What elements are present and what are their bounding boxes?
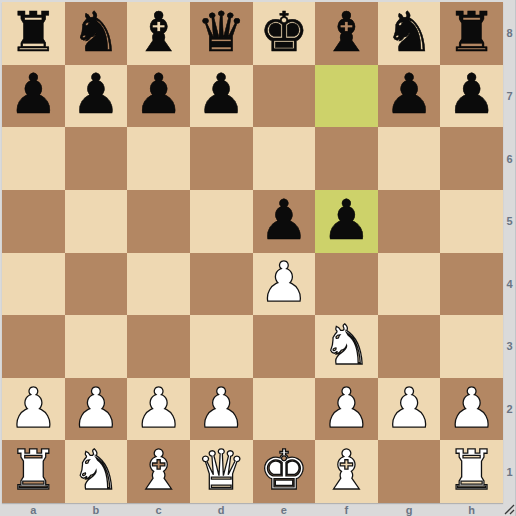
- file-label-a: a: [2, 503, 65, 516]
- square-b3[interactable]: [65, 315, 128, 378]
- square-d7[interactable]: ♟: [190, 65, 253, 128]
- square-a8[interactable]: ♜: [2, 2, 65, 65]
- square-c1[interactable]: ♝: [127, 440, 190, 503]
- square-g2[interactable]: ♟: [378, 378, 441, 441]
- square-e8[interactable]: ♚: [253, 2, 316, 65]
- piece-black-king-e8[interactable]: ♚: [259, 1, 308, 63]
- square-f3[interactable]: ♞: [315, 315, 378, 378]
- square-b6[interactable]: [65, 127, 128, 190]
- square-c5[interactable]: [127, 190, 190, 253]
- rank-label-7: 7: [503, 65, 516, 128]
- square-c4[interactable]: [127, 253, 190, 316]
- square-e7[interactable]: [253, 65, 316, 128]
- piece-black-bishop-f8[interactable]: ♝: [322, 1, 371, 63]
- piece-black-pawn-f5[interactable]: ♟: [322, 189, 371, 251]
- square-d4[interactable]: [190, 253, 253, 316]
- square-e6[interactable]: [253, 127, 316, 190]
- square-h2[interactable]: ♟: [440, 378, 503, 441]
- piece-black-bishop-c8[interactable]: ♝: [134, 1, 183, 63]
- rank-label-8: 8: [503, 2, 516, 65]
- piece-black-pawn-d7[interactable]: ♟: [197, 63, 246, 125]
- square-e3[interactable]: [253, 315, 316, 378]
- square-c6[interactable]: [127, 127, 190, 190]
- square-h8[interactable]: ♜: [440, 2, 503, 65]
- square-d5[interactable]: [190, 190, 253, 253]
- piece-white-bishop-c1[interactable]: ♝: [134, 439, 183, 501]
- square-f1[interactable]: ♝: [315, 440, 378, 503]
- piece-white-pawn-f2[interactable]: ♟: [322, 377, 371, 439]
- square-f5[interactable]: ♟: [315, 190, 378, 253]
- piece-white-pawn-a2[interactable]: ♟: [9, 377, 58, 439]
- file-label-g: g: [378, 503, 441, 516]
- square-b8[interactable]: ♞: [65, 2, 128, 65]
- square-b1[interactable]: ♞: [65, 440, 128, 503]
- piece-white-bishop-f1[interactable]: ♝: [322, 439, 371, 501]
- file-labels: abcdefgh: [2, 503, 503, 516]
- chess-board: ♜♞♝♛♚♝♞♜♟♟♟♟♟♟♟♟♟♞♟♟♟♟♟♟♟♜♞♝♛♚♝♜: [2, 2, 503, 503]
- piece-black-knight-g8[interactable]: ♞: [384, 1, 433, 63]
- square-h5[interactable]: [440, 190, 503, 253]
- piece-black-queen-d8[interactable]: ♛: [197, 1, 246, 63]
- square-a7[interactable]: ♟: [2, 65, 65, 128]
- square-a6[interactable]: [2, 127, 65, 190]
- piece-white-pawn-b2[interactable]: ♟: [71, 377, 120, 439]
- piece-black-rook-a8[interactable]: ♜: [9, 1, 58, 63]
- square-c8[interactable]: ♝: [127, 2, 190, 65]
- chess-board-frame: ♜♞♝♛♚♝♞♜♟♟♟♟♟♟♟♟♟♞♟♟♟♟♟♟♟♜♞♝♛♚♝♜ 8765432…: [0, 0, 516, 516]
- square-d2[interactable]: ♟: [190, 378, 253, 441]
- piece-black-pawn-g7[interactable]: ♟: [384, 63, 433, 125]
- file-label-c: c: [127, 503, 190, 516]
- square-e2[interactable]: [253, 378, 316, 441]
- square-b7[interactable]: ♟: [65, 65, 128, 128]
- square-f6[interactable]: [315, 127, 378, 190]
- piece-black-pawn-a7[interactable]: ♟: [9, 63, 58, 125]
- piece-white-knight-f3[interactable]: ♞: [322, 314, 371, 376]
- square-a1[interactable]: ♜: [2, 440, 65, 503]
- square-d1[interactable]: ♛: [190, 440, 253, 503]
- rank-label-6: 6: [503, 127, 516, 190]
- square-c2[interactable]: ♟: [127, 378, 190, 441]
- file-label-d: d: [190, 503, 253, 516]
- piece-white-king-e1[interactable]: ♚: [259, 439, 308, 501]
- square-h7[interactable]: ♟: [440, 65, 503, 128]
- piece-black-pawn-e5[interactable]: ♟: [259, 189, 308, 251]
- square-g5[interactable]: [378, 190, 441, 253]
- rank-label-3: 3: [503, 315, 516, 378]
- piece-black-pawn-h7[interactable]: ♟: [447, 63, 496, 125]
- square-h4[interactable]: [440, 253, 503, 316]
- piece-white-pawn-e4[interactable]: ♟: [259, 251, 308, 313]
- square-a4[interactable]: [2, 253, 65, 316]
- piece-black-rook-h8[interactable]: ♜: [447, 1, 496, 63]
- rank-label-4: 4: [503, 253, 516, 316]
- piece-white-queen-d1[interactable]: ♛: [197, 439, 246, 501]
- piece-white-pawn-c2[interactable]: ♟: [134, 377, 183, 439]
- rank-label-2: 2: [503, 378, 516, 441]
- square-e1[interactable]: ♚: [253, 440, 316, 503]
- square-b2[interactable]: ♟: [65, 378, 128, 441]
- square-d6[interactable]: [190, 127, 253, 190]
- square-g8[interactable]: ♞: [378, 2, 441, 65]
- square-g4[interactable]: [378, 253, 441, 316]
- rank-label-5: 5: [503, 190, 516, 253]
- piece-black-pawn-b7[interactable]: ♟: [71, 63, 120, 125]
- piece-black-pawn-c7[interactable]: ♟: [134, 63, 183, 125]
- piece-black-knight-b8[interactable]: ♞: [71, 1, 120, 63]
- piece-white-knight-b1[interactable]: ♞: [71, 439, 120, 501]
- square-a2[interactable]: ♟: [2, 378, 65, 441]
- file-label-e: e: [253, 503, 316, 516]
- square-e5[interactable]: ♟: [253, 190, 316, 253]
- square-f7[interactable]: [315, 65, 378, 128]
- square-g7[interactable]: ♟: [378, 65, 441, 128]
- piece-white-pawn-h2[interactable]: ♟: [447, 377, 496, 439]
- square-h6[interactable]: [440, 127, 503, 190]
- piece-white-rook-a1[interactable]: ♜: [9, 439, 58, 501]
- square-g6[interactable]: [378, 127, 441, 190]
- square-g1[interactable]: [378, 440, 441, 503]
- board-resize-icon[interactable]: [503, 503, 515, 515]
- square-h1[interactable]: ♜: [440, 440, 503, 503]
- file-label-h: h: [440, 503, 503, 516]
- square-d8[interactable]: ♛: [190, 2, 253, 65]
- square-a5[interactable]: [2, 190, 65, 253]
- piece-white-rook-h1[interactable]: ♜: [447, 439, 496, 501]
- square-e4[interactable]: ♟: [253, 253, 316, 316]
- square-h3[interactable]: [440, 315, 503, 378]
- square-g3[interactable]: [378, 315, 441, 378]
- square-c7[interactable]: ♟: [127, 65, 190, 128]
- square-f8[interactable]: ♝: [315, 2, 378, 65]
- square-d3[interactable]: [190, 315, 253, 378]
- square-c3[interactable]: [127, 315, 190, 378]
- rank-label-1: 1: [503, 440, 516, 503]
- square-b5[interactable]: [65, 190, 128, 253]
- rank-labels: 87654321: [503, 2, 516, 503]
- square-b4[interactable]: [65, 253, 128, 316]
- square-a3[interactable]: [2, 315, 65, 378]
- file-label-f: f: [315, 503, 378, 516]
- square-f2[interactable]: ♟: [315, 378, 378, 441]
- square-f4[interactable]: [315, 253, 378, 316]
- piece-white-pawn-g2[interactable]: ♟: [384, 377, 433, 439]
- file-label-b: b: [65, 503, 128, 516]
- piece-white-pawn-d2[interactable]: ♟: [197, 377, 246, 439]
